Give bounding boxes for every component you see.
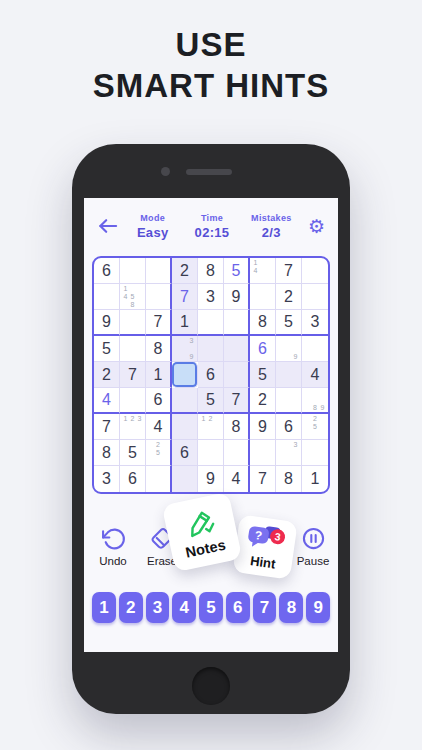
given-digit: 2	[284, 288, 293, 306]
cell-r2c1[interactable]	[94, 284, 120, 310]
given-digit: 5	[102, 340, 111, 358]
cell-r5c1[interactable]: 2	[94, 362, 120, 388]
pencil-notes: 39	[172, 336, 197, 361]
cell-r1c2[interactable]	[120, 258, 146, 284]
cell-r9c8[interactable]: 8	[276, 466, 302, 492]
undo-icon	[101, 526, 126, 551]
back-arrow-icon	[97, 217, 119, 235]
pencil-notes: 89	[302, 388, 328, 412]
cell-r7c7[interactable]: 9	[250, 414, 276, 440]
note-digit: 2	[155, 441, 162, 449]
settings-button[interactable]: ⚙	[301, 217, 325, 236]
cell-r3c2[interactable]	[120, 310, 146, 336]
cell-r3c9[interactable]: 3	[302, 310, 328, 336]
cell-r6c2[interactable]	[120, 388, 146, 414]
numpad-key-3[interactable]: 3	[146, 592, 170, 623]
note-digit: 4	[252, 267, 259, 275]
cell-r7c8[interactable]: 6	[276, 414, 302, 440]
page-title: USE SMART HINTS	[0, 24, 422, 106]
cell-r4c4[interactable]: 39	[172, 336, 198, 362]
game-header: Mode Easy Time 02:15 Mistakes 2/3 ⚙	[84, 198, 338, 254]
given-digit: 2	[258, 391, 267, 409]
numpad-key-2[interactable]: 2	[119, 592, 143, 623]
cell-r1c6[interactable]: 5	[224, 258, 250, 284]
cell-r9c5[interactable]: 9	[198, 466, 224, 492]
given-digit: 3	[311, 313, 320, 331]
cell-r8c6[interactable]	[224, 440, 250, 466]
cell-r9c2[interactable]: 6	[120, 466, 146, 492]
given-digit: 6	[180, 444, 189, 462]
numpad-key-7[interactable]: 7	[253, 592, 277, 623]
cell-r1c8[interactable]: 7	[276, 258, 302, 284]
note-digit: 3	[188, 337, 195, 345]
given-digit: 9	[102, 313, 111, 331]
notes-button[interactable]: Notes	[162, 492, 243, 573]
cell-r8c2[interactable]: 5	[120, 440, 146, 466]
cell-r5c8[interactable]	[276, 362, 302, 388]
given-digit: 8	[154, 340, 163, 358]
note-digit: 4	[122, 293, 129, 301]
cell-r6c7[interactable]: 2	[250, 388, 276, 414]
cell-r7c3[interactable]: 4	[146, 414, 172, 440]
cell-r4c6[interactable]	[224, 336, 250, 362]
cell-r3c4[interactable]: 1	[172, 310, 198, 336]
given-digit: 9	[258, 418, 267, 436]
given-digit: 2	[180, 262, 189, 280]
pencil-notes: 25	[146, 440, 170, 465]
given-digit: 4	[232, 470, 241, 488]
given-digit: 7	[232, 391, 241, 409]
home-button	[192, 667, 230, 705]
given-digit: 7	[258, 470, 267, 488]
cell-r4c9[interactable]	[302, 336, 328, 362]
mistakes-stat: Mistakes 2/3	[242, 213, 301, 240]
cell-r8c9[interactable]	[302, 440, 328, 466]
given-digit: 7	[102, 418, 111, 436]
hint-bubble-icon: ? 3	[245, 522, 288, 554]
given-digit: 6	[102, 262, 111, 280]
numpad-key-5[interactable]: 5	[199, 592, 223, 623]
cell-r5c9[interactable]: 4	[302, 362, 328, 388]
given-digit: 7	[128, 366, 137, 384]
given-digit: 7	[284, 262, 293, 280]
given-digit: 4	[311, 366, 320, 384]
numpad-key-9[interactable]: 9	[306, 592, 330, 623]
cell-r5c4[interactable]	[172, 362, 198, 388]
cell-r6c9[interactable]: 89	[302, 388, 328, 414]
note-digit: 2	[207, 415, 214, 423]
note-digit: 1	[122, 285, 129, 293]
given-digit: 5	[258, 366, 267, 384]
cell-r6c5[interactable]: 5	[198, 388, 224, 414]
note-digit: 2	[311, 415, 318, 423]
note-digit: 5	[155, 449, 162, 457]
cell-r1c4[interactable]: 2	[172, 258, 198, 284]
given-digit: 6	[206, 366, 215, 384]
cell-r7c5[interactable]: 12	[198, 414, 224, 440]
note-digit: 1	[122, 415, 129, 423]
given-digit: 3	[206, 288, 215, 306]
cell-r9c3[interactable]	[146, 466, 172, 492]
mode-value: Easy	[137, 225, 169, 240]
given-digit: 8	[206, 262, 215, 280]
cell-r2c6[interactable]: 9	[224, 284, 250, 310]
cell-r5c6[interactable]	[224, 362, 250, 388]
numpad-key-6[interactable]: 6	[226, 592, 250, 623]
cell-r6c8[interactable]	[276, 388, 302, 414]
time-stat: Time 02:15	[182, 213, 241, 240]
cell-r7c9[interactable]: 25	[302, 414, 328, 440]
user-digit: 4	[102, 391, 111, 409]
cell-r8c4[interactable]: 6	[172, 440, 198, 466]
note-digit: 9	[292, 352, 299, 360]
given-digit: 4	[154, 418, 163, 436]
cell-r2c8[interactable]: 2	[276, 284, 302, 310]
cell-r2c9[interactable]	[302, 284, 328, 310]
pencil-check-icon	[182, 505, 218, 541]
given-digit: 1	[180, 313, 189, 331]
cell-r9c7[interactable]: 7	[250, 466, 276, 492]
given-digit: 5	[284, 313, 293, 331]
cell-r5c7[interactable]: 5	[250, 362, 276, 388]
given-digit: 8	[232, 418, 241, 436]
given-digit: 6	[284, 418, 293, 436]
given-digit: 5	[128, 444, 137, 462]
user-digit: 6	[258, 340, 267, 358]
cell-r9c4[interactable]	[172, 466, 198, 492]
cell-r6c3[interactable]: 6	[146, 388, 172, 414]
pencil-notes: 25	[302, 414, 328, 439]
pencil-notes: 14	[250, 258, 275, 283]
note-digit: 2	[129, 415, 136, 423]
cell-r7c4[interactable]	[172, 414, 198, 440]
cell-r2c3[interactable]	[146, 284, 172, 310]
cell-r2c2[interactable]: 1458	[120, 284, 146, 310]
given-digit: 3	[102, 470, 111, 488]
cell-r3c3[interactable]: 7	[146, 310, 172, 336]
speaker-grille	[186, 169, 232, 175]
pencil-notes: 123	[120, 414, 145, 439]
cell-r1c3[interactable]	[146, 258, 172, 284]
given-digit: 8	[102, 444, 111, 462]
cell-r5c5[interactable]: 6	[198, 362, 224, 388]
note-digit: 9	[188, 352, 195, 360]
undo-button[interactable]: Undo	[87, 526, 139, 567]
note-digit: 5	[129, 293, 136, 301]
cell-r2c4[interactable]: 7	[172, 284, 198, 310]
cell-r1c5[interactable]: 8	[198, 258, 224, 284]
note-digit: 9	[319, 404, 326, 411]
note-digit: 1	[200, 415, 207, 423]
title-line-2: SMART HINTS	[0, 65, 422, 106]
time-value: 02:15	[195, 225, 230, 240]
user-digit: 7	[180, 288, 189, 306]
given-digit: 9	[206, 470, 215, 488]
given-digit: 7	[154, 313, 163, 331]
cell-r9c1[interactable]: 3	[94, 466, 120, 492]
given-digit: 2	[102, 366, 111, 384]
cell-r3c7[interactable]: 8	[250, 310, 276, 336]
cell-r4c5[interactable]	[198, 336, 224, 362]
given-digit: 1	[311, 470, 320, 488]
cell-r8c8[interactable]: 3	[276, 440, 302, 466]
app-screen: Mode Easy Time 02:15 Mistakes 2/3 ⚙ 6285…	[84, 198, 338, 652]
note-digit: 8	[129, 300, 136, 308]
cell-r3c1[interactable]: 9	[94, 310, 120, 336]
mode-label: Mode	[140, 213, 165, 223]
note-digit: 8	[311, 404, 318, 411]
cell-r6c4[interactable]	[172, 388, 198, 414]
note-digit: 1	[252, 259, 259, 267]
number-pad: 1 2 3 4 5 6 7 8 9	[92, 592, 330, 623]
undo-label: Undo	[99, 555, 127, 567]
cell-r9c6[interactable]: 4	[224, 466, 250, 492]
note-digit: 5	[311, 423, 318, 431]
note-digit: 3	[136, 415, 143, 423]
cell-r5c2[interactable]: 7	[120, 362, 146, 388]
cell-r6c6[interactable]: 7	[224, 388, 250, 414]
cell-r3c6[interactable]	[224, 310, 250, 336]
camera-icon	[161, 167, 170, 176]
hint-label: Hint	[249, 553, 276, 571]
cell-r3c8[interactable]: 5	[276, 310, 302, 336]
pencil-notes: 1458	[120, 284, 145, 309]
given-digit: 1	[154, 366, 163, 384]
cell-r8c3[interactable]: 25	[146, 440, 172, 466]
note-digit: 3	[292, 441, 299, 449]
numpad-key-1[interactable]: 1	[92, 592, 116, 623]
given-digit: 6	[128, 470, 137, 488]
user-digit: 5	[232, 262, 241, 280]
cell-r4c1[interactable]: 5	[94, 336, 120, 362]
cell-r4c8[interactable]: 9	[276, 336, 302, 362]
cell-r1c7[interactable]: 14	[250, 258, 276, 284]
numpad-key-8[interactable]: 8	[279, 592, 303, 623]
cell-r2c5[interactable]: 3	[198, 284, 224, 310]
cell-r7c2[interactable]: 123	[120, 414, 146, 440]
numpad-key-4[interactable]: 4	[172, 592, 196, 623]
pause-icon	[301, 526, 326, 551]
mistakes-value: 2/3	[262, 225, 281, 240]
cell-r4c2[interactable]	[120, 336, 146, 362]
title-line-1: USE	[0, 24, 422, 65]
pencil-notes: 9	[276, 336, 301, 361]
mode-stat: Mode Easy	[123, 213, 182, 240]
phone-frame: Mode Easy Time 02:15 Mistakes 2/3 ⚙ 6285…	[72, 144, 350, 714]
cell-r5c3[interactable]: 1	[146, 362, 172, 388]
given-digit: 9	[232, 288, 241, 306]
cell-r8c7[interactable]	[250, 440, 276, 466]
cell-r8c5[interactable]	[198, 440, 224, 466]
gear-icon: ⚙	[308, 216, 325, 237]
cell-r9c9[interactable]: 1	[302, 466, 328, 492]
cell-r1c9[interactable]	[302, 258, 328, 284]
cell-r6c1[interactable]: 4	[94, 388, 120, 414]
given-digit: 8	[258, 313, 267, 331]
cell-r1c1[interactable]: 6	[94, 258, 120, 284]
time-label: Time	[201, 213, 223, 223]
cell-r8c1[interactable]: 8	[94, 440, 120, 466]
given-digit: 8	[284, 470, 293, 488]
given-digit: 6	[154, 391, 163, 409]
cell-r4c7[interactable]: 6	[250, 336, 276, 362]
cell-r7c6[interactable]: 8	[224, 414, 250, 440]
sudoku-grid: 6285147145873929718535839692716544657289…	[92, 256, 330, 494]
hint-button[interactable]: ? 3 Hint	[232, 514, 298, 580]
mistakes-label: Mistakes	[251, 213, 291, 223]
given-digit: 5	[206, 391, 215, 409]
cell-r7c1[interactable]: 7	[94, 414, 120, 440]
back-button[interactable]	[97, 217, 123, 235]
cell-r4c3[interactable]: 8	[146, 336, 172, 362]
pause-label: Pause	[297, 555, 330, 567]
cell-r2c7[interactable]	[250, 284, 276, 310]
cell-r3c5[interactable]	[198, 310, 224, 336]
pencil-notes: 3	[276, 440, 301, 465]
pencil-notes: 12	[198, 414, 223, 439]
